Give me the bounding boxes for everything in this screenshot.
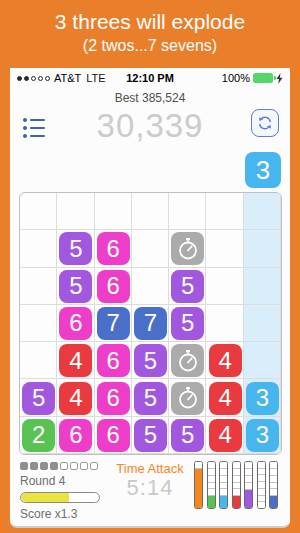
board-cell-r5c2[interactable]: 4 [57, 342, 94, 379]
meter-red-4 [232, 461, 241, 509]
tile-4: 4 [209, 382, 242, 415]
round-pip [70, 462, 78, 470]
board-cell-r2c2[interactable]: 5 [57, 230, 94, 267]
meter-segment [195, 502, 202, 508]
tile-5: 5 [59, 232, 92, 265]
tile-6: 6 [97, 382, 130, 415]
meter-segment [270, 483, 277, 490]
board-cell-r4c2[interactable]: 6 [57, 305, 94, 342]
meter-segment [245, 462, 252, 469]
tile-6: 6 [97, 419, 130, 452]
board-cell-r5c7[interactable] [244, 342, 281, 379]
tile-5: 5 [134, 344, 167, 377]
meter-segment [220, 469, 227, 476]
tile-5: 5 [22, 382, 55, 415]
tile-7: 7 [134, 307, 167, 340]
board-cell-r7c5[interactable]: 5 [169, 417, 206, 454]
board-cell-r4c5[interactable]: 5 [169, 305, 206, 342]
meter-segment [220, 476, 227, 483]
board-cell-r5c3[interactable]: 6 [95, 342, 132, 379]
board-cell-r6c7[interactable]: 3 [244, 379, 281, 416]
board-cell-r4c6[interactable] [206, 305, 243, 342]
board-cell-r2c6[interactable] [206, 230, 243, 267]
meter-green-2 [207, 461, 216, 509]
battery-percent: 100% [222, 72, 250, 84]
board-cell-r1c3[interactable] [95, 193, 132, 230]
meter-segment [270, 476, 277, 483]
board-cell-r7c3[interactable]: 6 [95, 417, 132, 454]
refresh-icon [256, 114, 274, 132]
meter-segment [258, 502, 265, 508]
tile-stopwatch [171, 382, 204, 415]
tile-5: 5 [134, 419, 167, 452]
board-cell-r4c3[interactable]: 7 [95, 305, 132, 342]
round-pip [40, 462, 48, 470]
menu-row [23, 118, 49, 122]
restart-button[interactable] [251, 109, 279, 137]
incoming-tile: 3 [245, 152, 281, 188]
board-cell-r1c2[interactable] [57, 193, 94, 230]
score-header: 30,339 [10, 105, 290, 149]
stopwatch-icon [176, 349, 200, 373]
board-cell-r4c1[interactable] [20, 305, 57, 342]
meter-segment [220, 462, 227, 469]
board-cell-r3c5[interactable]: 5 [169, 268, 206, 305]
stopwatch-icon [176, 386, 200, 410]
round-pip [60, 462, 68, 470]
tile-4: 4 [209, 344, 242, 377]
meter-segment [208, 483, 215, 490]
tile-6: 6 [97, 344, 130, 377]
board-cell-r5c1[interactable] [20, 342, 57, 379]
meter-segment [245, 483, 252, 490]
meter-segment [258, 482, 265, 489]
board-cell-r1c6[interactable] [206, 193, 243, 230]
board-cell-r6c4[interactable]: 5 [132, 379, 169, 416]
tile-stopwatch [171, 232, 204, 265]
meter-segment [233, 502, 240, 508]
banner-headline: 3 threes will explode [0, 9, 300, 35]
tile-4: 4 [59, 344, 92, 377]
tile-5: 5 [59, 270, 92, 303]
tile-5: 5 [171, 270, 204, 303]
charging-bolt-icon [276, 73, 283, 84]
tile-6: 6 [97, 270, 130, 303]
meter-blue-7 [269, 461, 278, 509]
board-cell-r6c3[interactable]: 6 [95, 379, 132, 416]
stopwatch-icon [176, 237, 200, 261]
menu-button[interactable] [23, 114, 49, 140]
best-score-label: Best 385,524 [10, 91, 290, 105]
meter-segment [208, 462, 215, 469]
board-cell-r6c6[interactable]: 4 [206, 379, 243, 416]
board-cell-r7c4[interactable]: 5 [132, 417, 169, 454]
meter-segment [233, 469, 240, 476]
meter-segment [245, 502, 252, 508]
meter-segment [270, 489, 277, 496]
board-cell-r7c6[interactable]: 4 [206, 417, 243, 454]
tile-6: 6 [59, 307, 92, 340]
tile-4: 4 [209, 419, 242, 452]
board-cell-r7c2[interactable]: 6 [57, 417, 94, 454]
meter-orange [194, 461, 203, 509]
board-cell-r2c7[interactable] [244, 230, 281, 267]
meter-segment [258, 489, 265, 496]
round-pip [30, 462, 38, 470]
board-cell-r3c6[interactable] [206, 268, 243, 305]
board-cell-r5c5[interactable] [169, 342, 206, 379]
menu-bullet-icon [23, 118, 27, 122]
tile-2: 2 [22, 419, 55, 452]
tile-stopwatch [171, 344, 204, 377]
meter-segment [208, 469, 215, 476]
tile-3: 3 [246, 419, 279, 452]
board-cell-r5c6[interactable]: 4 [206, 342, 243, 379]
meter-segment [258, 496, 265, 503]
score-multiplier-label: Score x1.3 [20, 507, 77, 521]
board-cell-r3c2[interactable]: 5 [57, 268, 94, 305]
meter-segment [258, 462, 265, 469]
board-cell-r6c1[interactable]: 5 [20, 379, 57, 416]
menu-line-icon [30, 119, 45, 121]
board-cell-r4c4[interactable]: 7 [132, 305, 169, 342]
tile-5: 5 [171, 419, 204, 452]
board-cell-r1c4[interactable] [132, 193, 169, 230]
battery-indicator: 100% [222, 72, 283, 84]
meter-segment [245, 476, 252, 483]
meter-segment [258, 469, 265, 476]
board-cell-r2c5[interactable] [169, 230, 206, 267]
tile-3: 3 [246, 382, 279, 415]
tile-meters [194, 461, 278, 509]
menu-row [23, 134, 49, 138]
meter-segment [233, 489, 240, 496]
board-cell-r2c1[interactable] [20, 230, 57, 267]
status-bar: AT&T LTE 12:10 PM 100% [10, 68, 290, 88]
meter-segment [208, 502, 215, 508]
board-cell-r7c7[interactable]: 3 [244, 417, 281, 454]
meter-cyan-3 [219, 461, 228, 509]
tile-5: 5 [134, 382, 167, 415]
menu-row [23, 126, 49, 130]
tile-5: 5 [171, 307, 204, 340]
meter-purple-5 [244, 461, 253, 509]
tile-6: 6 [97, 232, 130, 265]
meter-segment [233, 476, 240, 483]
tile-6: 6 [59, 419, 92, 452]
board-cell-r3c7[interactable] [244, 268, 281, 305]
round-pip [20, 462, 28, 470]
board-cell-r2c4[interactable] [132, 230, 169, 267]
current-score: 30,339 [10, 105, 290, 147]
board-cell-r3c1[interactable] [20, 268, 57, 305]
meter-segment [233, 483, 240, 490]
meter-segment [233, 462, 240, 469]
banner-subline: (2 twos...7 sevens) [0, 35, 300, 56]
meter-segment [245, 469, 252, 476]
game-board: 56565677546545465432665543 [19, 192, 282, 455]
round-label: Round 4 [20, 474, 65, 488]
tile-7: 7 [97, 307, 130, 340]
meter-segment [220, 489, 227, 496]
tile-4: 4 [59, 382, 92, 415]
board-cell-r7c1[interactable]: 2 [20, 417, 57, 454]
meter-segment [208, 489, 215, 496]
board-cell-r1c7[interactable] [244, 193, 281, 230]
menu-line-icon [30, 135, 45, 137]
menu-bullet-icon [23, 134, 27, 138]
meter-magenta-6 [257, 461, 266, 509]
footer-hud: Round 4 Score x1.3 Time Attack 5:14 [10, 461, 290, 523]
meter-segment [220, 502, 227, 508]
meter-segment [270, 462, 277, 469]
app-screenshot: AT&T LTE 12:10 PM 100% Best 385,524 30,3… [10, 68, 290, 528]
menu-bullet-icon [23, 126, 27, 130]
meter-segment [258, 475, 265, 482]
board-cell-r3c4[interactable] [132, 268, 169, 305]
meter-segment [270, 502, 277, 508]
board-cell-r6c5[interactable] [169, 379, 206, 416]
board-cell-r1c5[interactable] [169, 193, 206, 230]
meter-segment [195, 462, 202, 469]
meter-segment [220, 483, 227, 490]
board-cell-r4c7[interactable] [244, 305, 281, 342]
score-multiplier-fill [21, 493, 69, 502]
battery-icon [253, 73, 273, 83]
menu-line-icon [30, 127, 45, 129]
meter-segment [270, 469, 277, 476]
promo-banner: 3 threes will explode (2 twos...7 sevens… [0, 0, 300, 68]
board-cell-r3c3[interactable]: 6 [95, 268, 132, 305]
board-cell-r2c3[interactable]: 6 [95, 230, 132, 267]
round-pip [50, 462, 58, 470]
board-cell-r5c4[interactable]: 5 [132, 342, 169, 379]
meter-segment [208, 476, 215, 483]
board-cell-r6c2[interactable]: 4 [57, 379, 94, 416]
board-cell-r1c1[interactable] [20, 193, 57, 230]
